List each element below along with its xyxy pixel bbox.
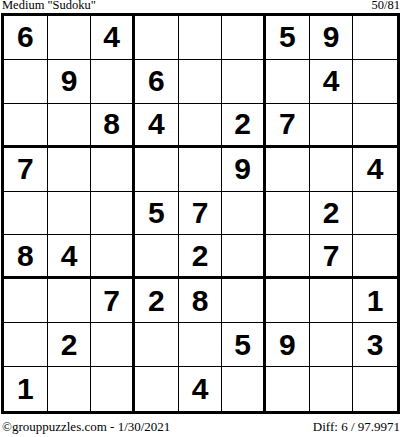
- cell-r5c5[interactable]: 7: [179, 192, 223, 236]
- cell-r9c7[interactable]: [266, 367, 310, 411]
- cell-r2c9[interactable]: [353, 60, 397, 104]
- cell-r2c1[interactable]: [4, 60, 48, 104]
- cell-r4c4[interactable]: [135, 148, 179, 192]
- cell-r9c4[interactable]: [135, 367, 179, 411]
- cell-r2c2[interactable]: 9: [48, 60, 92, 104]
- cell-r9c9[interactable]: [353, 367, 397, 411]
- cell-r6c8[interactable]: 7: [310, 235, 354, 279]
- cell-r5c6[interactable]: [222, 192, 266, 236]
- cell-r1c7[interactable]: 5: [266, 16, 310, 60]
- cell-r5c7[interactable]: [266, 192, 310, 236]
- cell-r2c5[interactable]: [179, 60, 223, 104]
- cell-r1c8[interactable]: 9: [310, 16, 354, 60]
- cell-r2c8[interactable]: 4: [310, 60, 354, 104]
- cell-r7c4[interactable]: 2: [135, 279, 179, 323]
- cell-r7c9[interactable]: 1: [353, 279, 397, 323]
- cell-r8c1[interactable]: [4, 323, 48, 367]
- difficulty-text: Diff: 6 / 97.9971: [313, 420, 400, 434]
- cell-r6c9[interactable]: [353, 235, 397, 279]
- cell-r8c3[interactable]: [91, 323, 135, 367]
- cell-r3c8[interactable]: [310, 104, 354, 148]
- cell-r6c6[interactable]: [222, 235, 266, 279]
- cell-r4c3[interactable]: [91, 148, 135, 192]
- cell-r6c2[interactable]: 4: [48, 235, 92, 279]
- cell-r4c8[interactable]: [310, 148, 354, 192]
- cell-r9c3[interactable]: [91, 367, 135, 411]
- cell-r1c1[interactable]: 6: [4, 16, 48, 60]
- cell-r3c3[interactable]: 8: [91, 104, 135, 148]
- cell-r3c4[interactable]: 4: [135, 104, 179, 148]
- cell-r1c5[interactable]: [179, 16, 223, 60]
- cell-r1c6[interactable]: [222, 16, 266, 60]
- cell-r9c1[interactable]: 1: [4, 367, 48, 411]
- cell-r3c1[interactable]: [4, 104, 48, 148]
- cell-r8c9[interactable]: 3: [353, 323, 397, 367]
- cell-r9c2[interactable]: [48, 367, 92, 411]
- cell-r7c5[interactable]: 8: [179, 279, 223, 323]
- footer: ©grouppuzzles.com - 1/30/2021 Diff: 6 / …: [2, 420, 400, 434]
- cell-r4c5[interactable]: [179, 148, 223, 192]
- cell-r6c7[interactable]: [266, 235, 310, 279]
- cell-r5c8[interactable]: 2: [310, 192, 354, 236]
- cell-r7c3[interactable]: 7: [91, 279, 135, 323]
- cell-r5c9[interactable]: [353, 192, 397, 236]
- cell-r4c1[interactable]: 7: [4, 148, 48, 192]
- cell-r8c8[interactable]: [310, 323, 354, 367]
- cell-r9c5[interactable]: 4: [179, 367, 223, 411]
- cell-r6c1[interactable]: 8: [4, 235, 48, 279]
- cell-r7c7[interactable]: [266, 279, 310, 323]
- cell-r2c6[interactable]: [222, 60, 266, 104]
- cell-r4c9[interactable]: 4: [353, 148, 397, 192]
- cell-r9c8[interactable]: [310, 367, 354, 411]
- cell-r6c4[interactable]: [135, 235, 179, 279]
- copyright-text: ©grouppuzzles.com - 1/30/2021: [2, 420, 170, 434]
- cells-remaining-counter: 50/81: [372, 0, 400, 12]
- cell-r8c6[interactable]: 5: [222, 323, 266, 367]
- cell-r8c4[interactable]: [135, 323, 179, 367]
- cell-r1c3[interactable]: 4: [91, 16, 135, 60]
- cell-r5c4[interactable]: 5: [135, 192, 179, 236]
- cell-r1c4[interactable]: [135, 16, 179, 60]
- sudoku-page: Medium "Sudoku" 50/81 645996484277945728…: [0, 0, 402, 437]
- sudoku-board: 6459964842779457284277281259314: [1, 13, 400, 414]
- puzzle-title: Medium "Sudoku": [2, 0, 96, 12]
- cell-r5c2[interactable]: [48, 192, 92, 236]
- cell-r1c9[interactable]: [353, 16, 397, 60]
- cell-r4c6[interactable]: 9: [222, 148, 266, 192]
- cell-r7c2[interactable]: [48, 279, 92, 323]
- cell-r4c2[interactable]: [48, 148, 92, 192]
- cell-r2c3[interactable]: [91, 60, 135, 104]
- cell-r3c9[interactable]: [353, 104, 397, 148]
- cell-r2c4[interactable]: 6: [135, 60, 179, 104]
- cell-r4c7[interactable]: [266, 148, 310, 192]
- cell-r5c1[interactable]: [4, 192, 48, 236]
- cell-r3c6[interactable]: 2: [222, 104, 266, 148]
- cell-r3c5[interactable]: [179, 104, 223, 148]
- cell-r7c8[interactable]: [310, 279, 354, 323]
- cell-r6c3[interactable]: [91, 235, 135, 279]
- cell-r2c7[interactable]: [266, 60, 310, 104]
- cell-r8c5[interactable]: [179, 323, 223, 367]
- cell-r8c2[interactable]: 2: [48, 323, 92, 367]
- cell-r3c2[interactable]: [48, 104, 92, 148]
- cell-r8c7[interactable]: 9: [266, 323, 310, 367]
- cell-r6c5[interactable]: 2: [179, 235, 223, 279]
- cell-r7c1[interactable]: [4, 279, 48, 323]
- cell-r1c2[interactable]: [48, 16, 92, 60]
- cell-r5c3[interactable]: [91, 192, 135, 236]
- cell-r7c6[interactable]: [222, 279, 266, 323]
- cell-r9c6[interactable]: [222, 367, 266, 411]
- header: Medium "Sudoku" 50/81: [2, 0, 400, 12]
- cell-r3c7[interactable]: 7: [266, 104, 310, 148]
